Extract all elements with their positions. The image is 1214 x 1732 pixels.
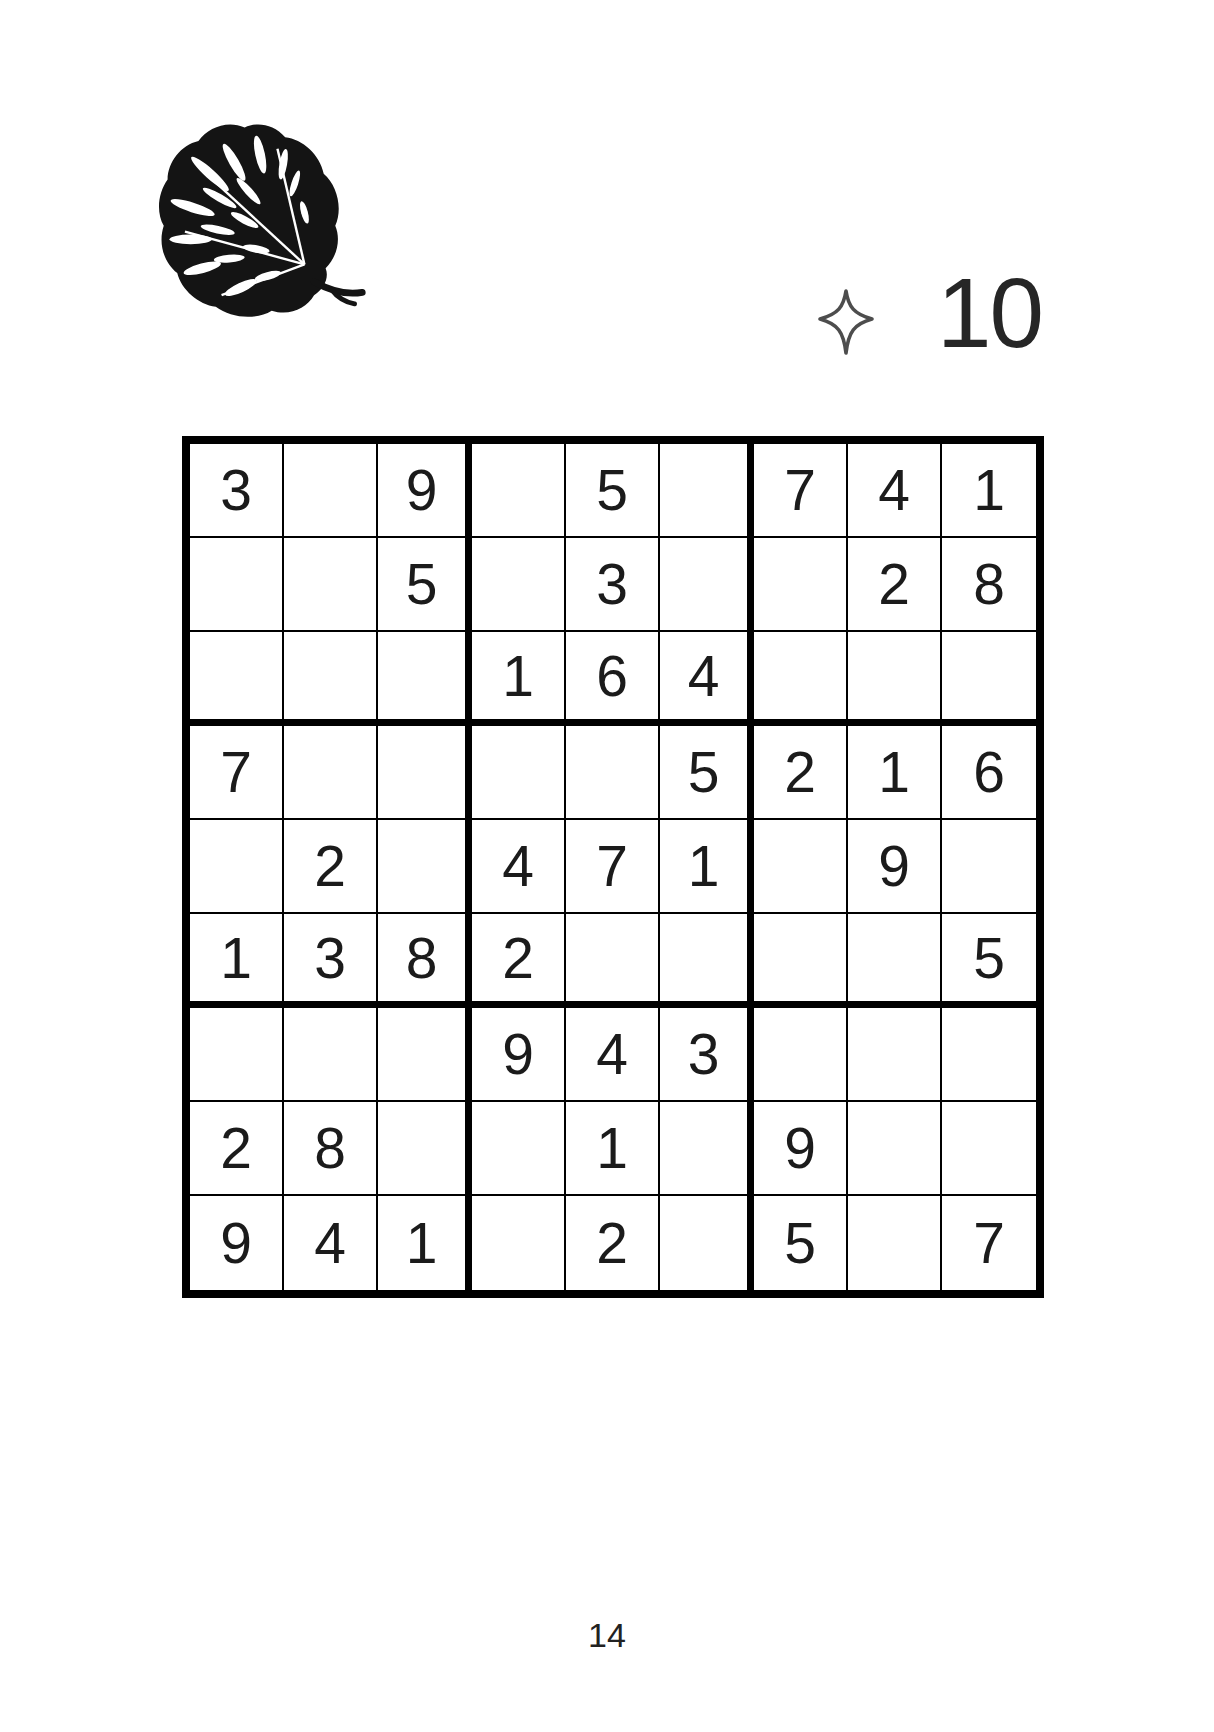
- cell-r5c4[interactable]: 4: [472, 820, 566, 914]
- cell-r1c1[interactable]: 3: [190, 444, 284, 538]
- cell-r9c2[interactable]: 4: [284, 1196, 378, 1290]
- puzzle-number: 10: [182, 264, 1042, 362]
- cell-r9c6[interactable]: [660, 1196, 754, 1290]
- cell-r6c7[interactable]: [754, 914, 848, 1008]
- cell-r7c1[interactable]: [190, 1008, 284, 1102]
- cell-r4c1[interactable]: 7: [190, 726, 284, 820]
- cell-r1c8[interactable]: 4: [848, 444, 942, 538]
- cell-r6c1[interactable]: 1: [190, 914, 284, 1008]
- cell-r8c7[interactable]: 9: [754, 1102, 848, 1196]
- cell-r9c5[interactable]: 2: [566, 1196, 660, 1290]
- cell-r9c3[interactable]: 1: [378, 1196, 472, 1290]
- page-number: 14: [0, 1616, 1214, 1655]
- cell-r6c9[interactable]: 5: [942, 914, 1036, 1008]
- cell-r8c5[interactable]: 1: [566, 1102, 660, 1196]
- cell-r9c1[interactable]: 9: [190, 1196, 284, 1290]
- cell-r4c5[interactable]: [566, 726, 660, 820]
- cell-r8c4[interactable]: [472, 1102, 566, 1196]
- cell-r3c1[interactable]: [190, 632, 284, 726]
- cell-r2c7[interactable]: [754, 538, 848, 632]
- cell-r1c6[interactable]: [660, 444, 754, 538]
- cell-r7c3[interactable]: [378, 1008, 472, 1102]
- cell-r8c1[interactable]: 2: [190, 1102, 284, 1196]
- cell-r1c9[interactable]: 1: [942, 444, 1036, 538]
- cell-r8c6[interactable]: [660, 1102, 754, 1196]
- cell-r5c5[interactable]: 7: [566, 820, 660, 914]
- cell-r6c5[interactable]: [566, 914, 660, 1008]
- cell-r7c2[interactable]: [284, 1008, 378, 1102]
- cell-r4c6[interactable]: 5: [660, 726, 754, 820]
- cell-r5c6[interactable]: 1: [660, 820, 754, 914]
- cell-r2c9[interactable]: 8: [942, 538, 1036, 632]
- cell-r5c1[interactable]: [190, 820, 284, 914]
- cell-r1c7[interactable]: 7: [754, 444, 848, 538]
- cell-r1c3[interactable]: 9: [378, 444, 472, 538]
- cell-r1c4[interactable]: [472, 444, 566, 538]
- cell-r9c4[interactable]: [472, 1196, 566, 1290]
- cell-r2c4[interactable]: [472, 538, 566, 632]
- cell-r8c2[interactable]: 8: [284, 1102, 378, 1196]
- cell-r9c8[interactable]: [848, 1196, 942, 1290]
- cell-r2c8[interactable]: 2: [848, 538, 942, 632]
- cell-r5c7[interactable]: [754, 820, 848, 914]
- cell-r2c3[interactable]: 5: [378, 538, 472, 632]
- cell-r7c5[interactable]: 4: [566, 1008, 660, 1102]
- cell-r3c2[interactable]: [284, 632, 378, 726]
- cell-r5c3[interactable]: [378, 820, 472, 914]
- cell-r3c5[interactable]: 6: [566, 632, 660, 726]
- cell-r8c9[interactable]: [942, 1102, 1036, 1196]
- cell-r6c8[interactable]: [848, 914, 942, 1008]
- cell-r7c4[interactable]: 9: [472, 1008, 566, 1102]
- cell-r4c9[interactable]: 6: [942, 726, 1036, 820]
- cell-r4c4[interactable]: [472, 726, 566, 820]
- cell-r2c6[interactable]: [660, 538, 754, 632]
- cell-r1c5[interactable]: 5: [566, 444, 660, 538]
- cell-r7c7[interactable]: [754, 1008, 848, 1102]
- cell-r6c2[interactable]: 3: [284, 914, 378, 1008]
- cell-r5c9[interactable]: [942, 820, 1036, 914]
- cell-r4c2[interactable]: [284, 726, 378, 820]
- cell-r3c4[interactable]: 1: [472, 632, 566, 726]
- cell-r7c9[interactable]: [942, 1008, 1036, 1102]
- cell-r3c9[interactable]: [942, 632, 1036, 726]
- cell-r6c6[interactable]: [660, 914, 754, 1008]
- cell-r2c5[interactable]: 3: [566, 538, 660, 632]
- cell-r6c4[interactable]: 2: [472, 914, 566, 1008]
- cell-r3c8[interactable]: [848, 632, 942, 726]
- cell-r9c7[interactable]: 5: [754, 1196, 848, 1290]
- cell-r6c3[interactable]: 8: [378, 914, 472, 1008]
- cell-r5c2[interactable]: 2: [284, 820, 378, 914]
- cell-r8c3[interactable]: [378, 1102, 472, 1196]
- cell-r4c3[interactable]: [378, 726, 472, 820]
- cell-r3c6[interactable]: 4: [660, 632, 754, 726]
- cell-r4c7[interactable]: 2: [754, 726, 848, 820]
- sudoku-board: 3957415328164752162471913825943281994125…: [182, 436, 1044, 1298]
- cell-r3c3[interactable]: [378, 632, 472, 726]
- cell-r2c2[interactable]: [284, 538, 378, 632]
- cell-r4c8[interactable]: 1: [848, 726, 942, 820]
- cell-r5c8[interactable]: 9: [848, 820, 942, 914]
- cell-r9c9[interactable]: 7: [942, 1196, 1036, 1290]
- cell-r8c8[interactable]: [848, 1102, 942, 1196]
- cell-r3c7[interactable]: [754, 632, 848, 726]
- cell-r7c8[interactable]: [848, 1008, 942, 1102]
- cell-r2c1[interactable]: [190, 538, 284, 632]
- cell-r1c2[interactable]: [284, 444, 378, 538]
- cell-r7c6[interactable]: 3: [660, 1008, 754, 1102]
